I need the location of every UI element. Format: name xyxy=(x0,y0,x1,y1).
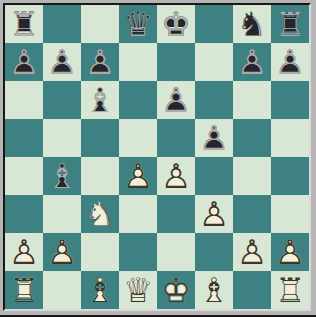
piece-black-king[interactable]: ♚♔ xyxy=(157,5,195,43)
square-g4[interactable] xyxy=(233,157,271,195)
square-a4[interactable] xyxy=(5,157,43,195)
piece-outline-glyph: ♖ xyxy=(5,5,43,43)
piece-outline-glyph: ♙ xyxy=(233,43,271,81)
square-b7[interactable]: ♟♙ xyxy=(43,43,81,81)
piece-outline-glyph: ♖ xyxy=(271,5,309,43)
square-g3[interactable] xyxy=(233,195,271,233)
square-f1[interactable]: ♝♗ xyxy=(195,271,233,309)
square-c5[interactable] xyxy=(81,119,119,157)
piece-black-bishop[interactable]: ♝♗ xyxy=(43,157,81,195)
square-d4[interactable]: ♟♙ xyxy=(119,157,157,195)
piece-white-pawn[interactable]: ♟♙ xyxy=(157,157,195,195)
piece-black-rook[interactable]: ♜♖ xyxy=(5,5,43,43)
piece-black-queen[interactable]: ♛♕ xyxy=(119,5,157,43)
piece-outline-glyph: ♙ xyxy=(195,119,233,157)
piece-outline-glyph: ♙ xyxy=(195,195,233,233)
square-a6[interactable] xyxy=(5,81,43,119)
piece-white-queen[interactable]: ♛♕ xyxy=(119,271,157,309)
square-h8[interactable]: ♜♖ xyxy=(271,5,309,43)
square-g2[interactable]: ♟♙ xyxy=(233,233,271,271)
piece-outline-glyph: ♖ xyxy=(271,271,309,309)
square-d5[interactable] xyxy=(119,119,157,157)
piece-outline-glyph: ♔ xyxy=(157,271,195,309)
square-b5[interactable] xyxy=(43,119,81,157)
square-a8[interactable]: ♜♖ xyxy=(5,5,43,43)
piece-white-pawn[interactable]: ♟♙ xyxy=(271,233,309,271)
square-g8[interactable]: ♞♘ xyxy=(233,5,271,43)
square-e5[interactable] xyxy=(157,119,195,157)
square-a2[interactable]: ♟♙ xyxy=(5,233,43,271)
square-b4[interactable]: ♝♗ xyxy=(43,157,81,195)
piece-white-pawn[interactable]: ♟♙ xyxy=(43,233,81,271)
square-g6[interactable] xyxy=(233,81,271,119)
square-c8[interactable] xyxy=(81,5,119,43)
square-d2[interactable] xyxy=(119,233,157,271)
piece-outline-glyph: ♗ xyxy=(195,271,233,309)
piece-outline-glyph: ♙ xyxy=(271,43,309,81)
square-e8[interactable]: ♚♔ xyxy=(157,5,195,43)
square-d3[interactable] xyxy=(119,195,157,233)
square-f5[interactable]: ♟♙ xyxy=(195,119,233,157)
square-g7[interactable]: ♟♙ xyxy=(233,43,271,81)
piece-outline-glyph: ♙ xyxy=(43,43,81,81)
square-b1[interactable] xyxy=(43,271,81,309)
square-c1[interactable]: ♝♗ xyxy=(81,271,119,309)
piece-white-rook[interactable]: ♜♖ xyxy=(5,271,43,309)
square-e6[interactable]: ♟♙ xyxy=(157,81,195,119)
piece-outline-glyph: ♙ xyxy=(271,233,309,271)
square-h5[interactable] xyxy=(271,119,309,157)
square-b3[interactable] xyxy=(43,195,81,233)
piece-black-pawn[interactable]: ♟♙ xyxy=(81,43,119,81)
square-d8[interactable]: ♛♕ xyxy=(119,5,157,43)
square-b6[interactable] xyxy=(43,81,81,119)
piece-black-pawn[interactable]: ♟♙ xyxy=(157,81,195,119)
square-e3[interactable] xyxy=(157,195,195,233)
square-a1[interactable]: ♜♖ xyxy=(5,271,43,309)
square-a7[interactable]: ♟♙ xyxy=(5,43,43,81)
square-g1[interactable] xyxy=(233,271,271,309)
chess-board: ♜♖♛♕♚♔♞♘♜♖♟♙♟♙♟♙♟♙♟♙♝♗♟♙♟♙♝♗♟♙♟♙♞♘♟♙♟♙♟♙… xyxy=(3,3,311,311)
piece-outline-glyph: ♘ xyxy=(81,195,119,233)
square-a3[interactable] xyxy=(5,195,43,233)
square-g5[interactable] xyxy=(233,119,271,157)
piece-outline-glyph: ♔ xyxy=(157,5,195,43)
piece-black-pawn[interactable]: ♟♙ xyxy=(271,43,309,81)
piece-white-knight[interactable]: ♞♘ xyxy=(81,195,119,233)
square-d7[interactable] xyxy=(119,43,157,81)
piece-black-pawn[interactable]: ♟♙ xyxy=(195,119,233,157)
square-d1[interactable]: ♛♕ xyxy=(119,271,157,309)
piece-white-king[interactable]: ♚♔ xyxy=(157,271,195,309)
square-e7[interactable] xyxy=(157,43,195,81)
square-c3[interactable]: ♞♘ xyxy=(81,195,119,233)
square-h1[interactable]: ♜♖ xyxy=(271,271,309,309)
piece-black-bishop[interactable]: ♝♗ xyxy=(81,81,119,119)
piece-black-rook[interactable]: ♜♖ xyxy=(271,5,309,43)
square-h4[interactable] xyxy=(271,157,309,195)
square-e4[interactable]: ♟♙ xyxy=(157,157,195,195)
piece-black-pawn[interactable]: ♟♙ xyxy=(5,43,43,81)
square-a5[interactable] xyxy=(5,119,43,157)
piece-white-pawn[interactable]: ♟♙ xyxy=(119,157,157,195)
piece-outline-glyph: ♖ xyxy=(5,271,43,309)
piece-black-pawn[interactable]: ♟♙ xyxy=(233,43,271,81)
square-f4[interactable] xyxy=(195,157,233,195)
piece-black-knight[interactable]: ♞♘ xyxy=(233,5,271,43)
piece-outline-glyph: ♙ xyxy=(157,157,195,195)
piece-black-pawn[interactable]: ♟♙ xyxy=(43,43,81,81)
piece-outline-glyph: ♕ xyxy=(119,5,157,43)
square-f2[interactable] xyxy=(195,233,233,271)
piece-outline-glyph: ♗ xyxy=(43,157,81,195)
piece-outline-glyph: ♗ xyxy=(81,271,119,309)
square-h7[interactable]: ♟♙ xyxy=(271,43,309,81)
square-b8[interactable] xyxy=(43,5,81,43)
piece-outline-glyph: ♘ xyxy=(233,5,271,43)
square-c4[interactable] xyxy=(81,157,119,195)
square-h6[interactable] xyxy=(271,81,309,119)
piece-outline-glyph: ♙ xyxy=(81,43,119,81)
square-f7[interactable] xyxy=(195,43,233,81)
piece-outline-glyph: ♙ xyxy=(5,233,43,271)
square-c2[interactable] xyxy=(81,233,119,271)
square-h2[interactable]: ♟♙ xyxy=(271,233,309,271)
square-c7[interactable]: ♟♙ xyxy=(81,43,119,81)
square-h3[interactable] xyxy=(271,195,309,233)
piece-outline-glyph: ♗ xyxy=(81,81,119,119)
square-f3[interactable]: ♟♙ xyxy=(195,195,233,233)
piece-outline-glyph: ♕ xyxy=(119,271,157,309)
square-f6[interactable] xyxy=(195,81,233,119)
square-d6[interactable] xyxy=(119,81,157,119)
piece-white-bishop[interactable]: ♝♗ xyxy=(195,271,233,309)
piece-white-bishop[interactable]: ♝♗ xyxy=(81,271,119,309)
piece-outline-glyph: ♙ xyxy=(5,43,43,81)
piece-outline-glyph: ♙ xyxy=(233,233,271,271)
piece-white-pawn[interactable]: ♟♙ xyxy=(233,233,271,271)
piece-outline-glyph: ♙ xyxy=(157,81,195,119)
square-c6[interactable]: ♝♗ xyxy=(81,81,119,119)
piece-outline-glyph: ♙ xyxy=(43,233,81,271)
square-f8[interactable] xyxy=(195,5,233,43)
piece-white-pawn[interactable]: ♟♙ xyxy=(5,233,43,271)
square-b2[interactable]: ♟♙ xyxy=(43,233,81,271)
piece-outline-glyph: ♙ xyxy=(119,157,157,195)
square-e1[interactable]: ♚♔ xyxy=(157,271,195,309)
chess-board-frame: ♜♖♛♕♚♔♞♘♜♖♟♙♟♙♟♙♟♙♟♙♝♗♟♙♟♙♝♗♟♙♟♙♞♘♟♙♟♙♟♙… xyxy=(0,0,316,317)
piece-white-rook[interactable]: ♜♖ xyxy=(271,271,309,309)
square-e2[interactable] xyxy=(157,233,195,271)
piece-white-pawn[interactable]: ♟♙ xyxy=(195,195,233,233)
